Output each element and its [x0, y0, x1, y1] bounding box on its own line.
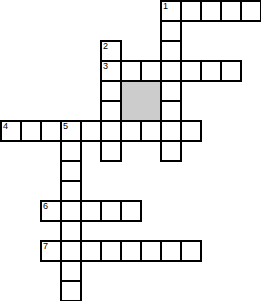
- cell-r4c8[interactable]: [160, 80, 182, 102]
- cell-r6c5[interactable]: [100, 120, 122, 142]
- cell-r6c3[interactable]: 5: [60, 120, 82, 142]
- clue-number-5: 5: [63, 122, 68, 131]
- cell-r6c8[interactable]: [160, 120, 182, 142]
- cell-r3c9[interactable]: [180, 60, 202, 82]
- cell-r4c5[interactable]: [100, 80, 122, 102]
- cell-r7c3[interactable]: [60, 140, 82, 162]
- crossword-puzzle-image: 1234567: [0, 0, 261, 301]
- cell-r10c4[interactable]: [80, 200, 102, 222]
- cell-r11c3[interactable]: [60, 220, 82, 242]
- cell-r0c12[interactable]: [240, 0, 261, 22]
- cell-r12c7[interactable]: [140, 240, 162, 262]
- cell-r3c6[interactable]: [120, 60, 142, 82]
- cell-r10c5[interactable]: [100, 200, 122, 222]
- cell-r6c9[interactable]: [180, 120, 202, 142]
- clue-number-6: 6: [43, 202, 48, 211]
- clue-number-2: 2: [103, 42, 108, 51]
- cell-r12c5[interactable]: [100, 240, 122, 262]
- cell-r14c3[interactable]: [60, 280, 82, 301]
- cell-r6c6[interactable]: [120, 120, 142, 142]
- shaded-block: [120, 80, 162, 122]
- cell-r5c8[interactable]: [160, 100, 182, 122]
- cell-r3c10[interactable]: [200, 60, 222, 82]
- cell-r6c7[interactable]: [140, 120, 162, 142]
- cell-r12c9[interactable]: [180, 240, 202, 262]
- cell-r6c0[interactable]: 4: [0, 120, 22, 142]
- cell-r12c8[interactable]: [160, 240, 182, 262]
- clue-number-1: 1: [163, 2, 168, 11]
- cell-r0c8[interactable]: 1: [160, 0, 182, 22]
- cell-r0c10[interactable]: [200, 0, 222, 22]
- cell-r2c8[interactable]: [160, 40, 182, 62]
- cell-r0c11[interactable]: [220, 0, 242, 22]
- clue-number-3: 3: [103, 62, 108, 71]
- cell-r3c11[interactable]: [220, 60, 242, 82]
- cell-r12c2[interactable]: 7: [40, 240, 62, 262]
- clue-number-7: 7: [43, 242, 48, 251]
- cell-r12c6[interactable]: [120, 240, 142, 262]
- cell-r10c2[interactable]: 6: [40, 200, 62, 222]
- cell-r13c3[interactable]: [60, 260, 82, 282]
- cell-r1c8[interactable]: [160, 20, 182, 42]
- cell-r5c5[interactable]: [100, 100, 122, 122]
- cell-r7c5[interactable]: [100, 140, 122, 162]
- cell-r2c5[interactable]: 2: [100, 40, 122, 62]
- cell-r10c6[interactable]: [120, 200, 142, 222]
- clue-number-4: 4: [3, 122, 8, 131]
- cell-r10c3[interactable]: [60, 200, 82, 222]
- cell-r6c2[interactable]: [40, 120, 62, 142]
- cell-r3c8[interactable]: [160, 60, 182, 82]
- cell-r12c3[interactable]: [60, 240, 82, 262]
- cell-r12c4[interactable]: [80, 240, 102, 262]
- cell-r9c3[interactable]: [60, 180, 82, 202]
- crossword-board: 1234567: [1, 1, 261, 301]
- cell-r6c4[interactable]: [80, 120, 102, 142]
- cell-r0c9[interactable]: [180, 0, 202, 22]
- cell-r3c7[interactable]: [140, 60, 162, 82]
- cell-r6c1[interactable]: [20, 120, 42, 142]
- cell-r3c5[interactable]: 3: [100, 60, 122, 82]
- cell-r7c8[interactable]: [160, 140, 182, 162]
- cell-r8c3[interactable]: [60, 160, 82, 182]
